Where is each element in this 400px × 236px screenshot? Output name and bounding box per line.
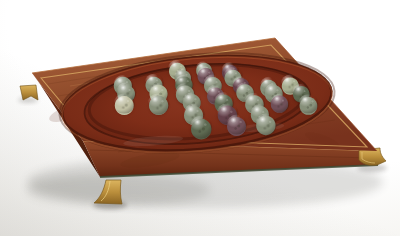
marble-glyph: ● [255,112,277,137]
marble-glyph: ● [298,92,318,115]
marble-glyph: ● [189,114,212,141]
marble-glyph: ● [148,91,170,116]
marble-r4c1[interactable]: ● [149,95,168,114]
marble-r6c4[interactable]: ● [256,115,275,134]
marble-r4c6[interactable]: ● [300,95,317,112]
marbles-layer: ●●●●●●●●●●●●●●●●●●●●●●●●●●●●●●●●● [0,0,400,236]
marble-glyph: ● [226,112,248,137]
marble-r4c0[interactable]: ● [115,94,134,113]
marble-glyph: ● [113,91,135,116]
marble-r6c3[interactable]: ● [227,115,246,134]
marble-r6c2[interactable]: ● [191,117,211,137]
scene: ●●●●●●●●●●●●●●●●●●●●●●●●●●●●●●●●● [0,0,400,236]
